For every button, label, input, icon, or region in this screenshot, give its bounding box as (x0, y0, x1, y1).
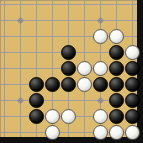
black-stone[interactable] (45, 77, 60, 92)
white-stone[interactable] (45, 125, 60, 140)
black-stone[interactable] (109, 77, 124, 92)
black-stone[interactable] (61, 45, 76, 60)
grid-line-horizontal (0, 4, 137, 5)
black-stone[interactable] (29, 109, 44, 124)
black-stone[interactable] (109, 109, 124, 124)
white-stone[interactable] (61, 109, 76, 124)
white-stone[interactable] (93, 29, 108, 44)
white-stone[interactable] (109, 125, 124, 140)
black-stone[interactable] (61, 61, 76, 76)
black-stone[interactable] (125, 77, 140, 92)
black-stone[interactable] (93, 77, 108, 92)
black-stone[interactable] (125, 61, 140, 76)
white-stone[interactable] (93, 125, 108, 140)
white-stone[interactable] (125, 125, 140, 140)
black-stone[interactable] (61, 77, 76, 92)
go-board-screenshot (0, 0, 143, 143)
black-stone[interactable] (125, 109, 140, 124)
white-stone[interactable] (125, 45, 140, 60)
white-stone[interactable] (45, 109, 60, 124)
black-stone[interactable] (29, 93, 44, 108)
black-stone[interactable] (29, 77, 44, 92)
black-stone[interactable] (109, 45, 124, 60)
black-stone[interactable] (109, 93, 124, 108)
white-stone[interactable] (93, 109, 108, 124)
white-stone[interactable] (77, 61, 92, 76)
black-stone[interactable] (125, 93, 140, 108)
black-stone[interactable] (109, 61, 124, 76)
white-stone[interactable] (77, 77, 92, 92)
white-stone[interactable] (93, 61, 108, 76)
white-stone[interactable] (109, 29, 124, 44)
